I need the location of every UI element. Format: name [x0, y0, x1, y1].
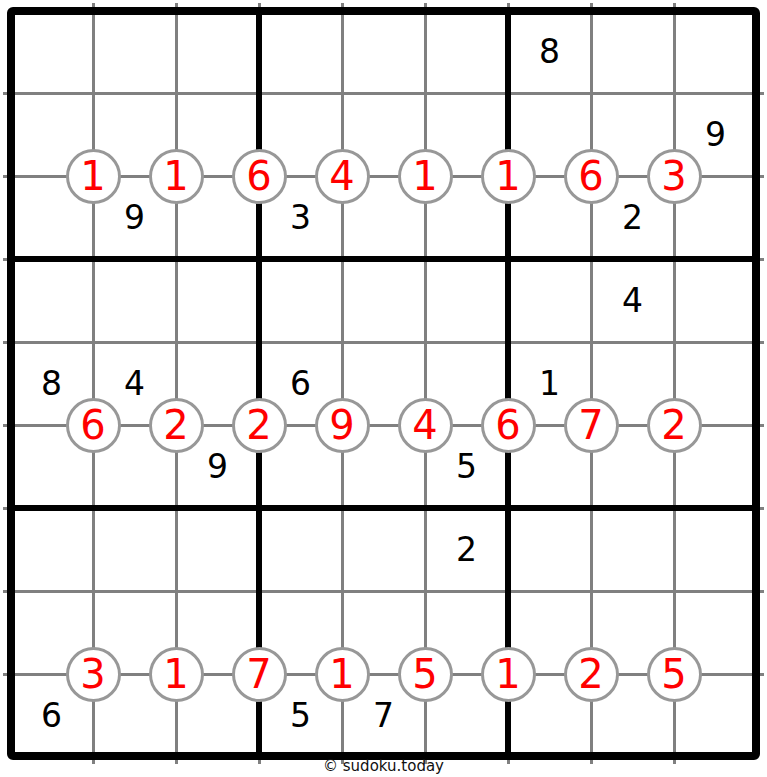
given-digit-r5c4: 6 [290, 367, 311, 400]
cell-r2c3[interactable] [176, 93, 259, 176]
cell-r2c2[interactable] [93, 93, 176, 176]
cell-r9c8[interactable] [591, 674, 674, 757]
copyright: © sudoku.today [0, 757, 767, 775]
cell-r2c5[interactable] [342, 93, 425, 176]
cell-r8c1[interactable] [10, 591, 93, 674]
given-digit-r3c4: 3 [290, 201, 311, 234]
cell-r8c8[interactable] [591, 591, 674, 674]
cell-r6c1[interactable] [10, 425, 93, 508]
cell-r8c3[interactable] [176, 591, 259, 674]
cell-r2c4[interactable] [259, 93, 342, 176]
cell-r1c8[interactable] [591, 10, 674, 93]
given-digit-r3c2: 9 [124, 201, 145, 234]
cell-r2c1[interactable] [10, 93, 93, 176]
cell-r1c1[interactable] [10, 10, 93, 93]
cell-r9c7[interactable] [508, 674, 591, 757]
cell-r5c7[interactable]: 1 [508, 342, 591, 425]
cell-r2c8[interactable] [591, 93, 674, 176]
cell-r2c7[interactable] [508, 93, 591, 176]
given-digit-r7c6: 2 [456, 533, 477, 566]
cell-r9c3[interactable] [176, 674, 259, 757]
cell-r3c8[interactable]: 2 [591, 176, 674, 259]
cell-r7c5[interactable] [342, 508, 425, 591]
cell-r8c7[interactable] [508, 591, 591, 674]
cell-r7c7[interactable] [508, 508, 591, 591]
given-digit-r4c8: 4 [622, 284, 643, 317]
cell-r4c7[interactable] [508, 259, 591, 342]
cell-r3c2[interactable]: 9 [93, 176, 176, 259]
given-digit-r1c7: 8 [539, 35, 560, 68]
cell-r5c6[interactable] [425, 342, 508, 425]
cell-r7c6[interactable]: 2 [425, 508, 508, 591]
cell-r9c2[interactable] [93, 674, 176, 757]
cell-r6c9[interactable] [674, 425, 757, 508]
cell-r1c9[interactable] [674, 10, 757, 93]
given-digit-r2c9: 9 [705, 118, 726, 151]
cell-r4c2[interactable] [93, 259, 176, 342]
cell-r9c1[interactable]: 6 [10, 674, 93, 757]
cell-r3c1[interactable] [10, 176, 93, 259]
given-digit-r5c7: 1 [539, 367, 560, 400]
cell-r1c2[interactable] [93, 10, 176, 93]
cell-r8c5[interactable] [342, 591, 425, 674]
given-digit-r6c3: 9 [207, 450, 228, 483]
cell-r7c3[interactable] [176, 508, 259, 591]
cell-r6c3[interactable]: 9 [176, 425, 259, 508]
cell-r3c7[interactable] [508, 176, 591, 259]
cell-r4c8[interactable]: 4 [591, 259, 674, 342]
cell-r8c2[interactable] [93, 591, 176, 674]
cell-r7c1[interactable] [10, 508, 93, 591]
cell-r4c4[interactable] [259, 259, 342, 342]
cell-r2c6[interactable] [425, 93, 508, 176]
cell-r6c6[interactable]: 5 [425, 425, 508, 508]
cell-r8c6[interactable] [425, 591, 508, 674]
given-digit-r9c4: 5 [290, 699, 311, 732]
cell-r7c2[interactable] [93, 508, 176, 591]
cell-r5c3[interactable] [176, 342, 259, 425]
cell-r3c4[interactable]: 3 [259, 176, 342, 259]
cell-r6c2[interactable] [93, 425, 176, 508]
cell-r1c7[interactable]: 8 [508, 10, 591, 93]
cell-r1c5[interactable] [342, 10, 425, 93]
cell-r7c8[interactable] [591, 508, 674, 591]
cell-r4c6[interactable] [425, 259, 508, 342]
cell-r4c5[interactable] [342, 259, 425, 342]
cell-r5c8[interactable] [591, 342, 674, 425]
cell-r5c9[interactable] [674, 342, 757, 425]
cell-r4c9[interactable] [674, 259, 757, 342]
cell-grid: 8993248461952657 [10, 10, 757, 757]
cell-r3c9[interactable] [674, 176, 757, 259]
cell-r6c4[interactable] [259, 425, 342, 508]
cell-r4c3[interactable] [176, 259, 259, 342]
cell-r4c1[interactable] [10, 259, 93, 342]
given-digit-r6c6: 5 [456, 450, 477, 483]
given-digit-r9c1: 6 [41, 699, 62, 732]
cell-r6c7[interactable] [508, 425, 591, 508]
cell-r3c3[interactable] [176, 176, 259, 259]
cell-r9c9[interactable] [674, 674, 757, 757]
cell-r3c6[interactable] [425, 176, 508, 259]
given-digit-r9c5: 7 [373, 699, 394, 732]
cell-r6c8[interactable] [591, 425, 674, 508]
cell-r1c4[interactable] [259, 10, 342, 93]
cell-r2c9[interactable]: 9 [674, 93, 757, 176]
cell-r9c4[interactable]: 5 [259, 674, 342, 757]
cell-r5c1[interactable]: 8 [10, 342, 93, 425]
cell-r8c9[interactable] [674, 591, 757, 674]
cell-r3c5[interactable] [342, 176, 425, 259]
cell-r5c2[interactable]: 4 [93, 342, 176, 425]
cell-r1c6[interactable] [425, 10, 508, 93]
cell-r7c9[interactable] [674, 508, 757, 591]
cell-r9c6[interactable] [425, 674, 508, 757]
given-digit-r5c2: 4 [124, 367, 145, 400]
cell-r5c4[interactable]: 6 [259, 342, 342, 425]
cell-r6c5[interactable] [342, 425, 425, 508]
cell-r5c5[interactable] [342, 342, 425, 425]
given-digit-r5c1: 8 [41, 367, 62, 400]
cell-r7c4[interactable] [259, 508, 342, 591]
cell-r8c4[interactable] [259, 591, 342, 674]
given-digit-r3c8: 2 [622, 201, 643, 234]
cell-r9c5[interactable]: 7 [342, 674, 425, 757]
sudoku-board: 8993248461952657 © sudoku.today 11641163… [0, 0, 767, 777]
cell-r1c3[interactable] [176, 10, 259, 93]
